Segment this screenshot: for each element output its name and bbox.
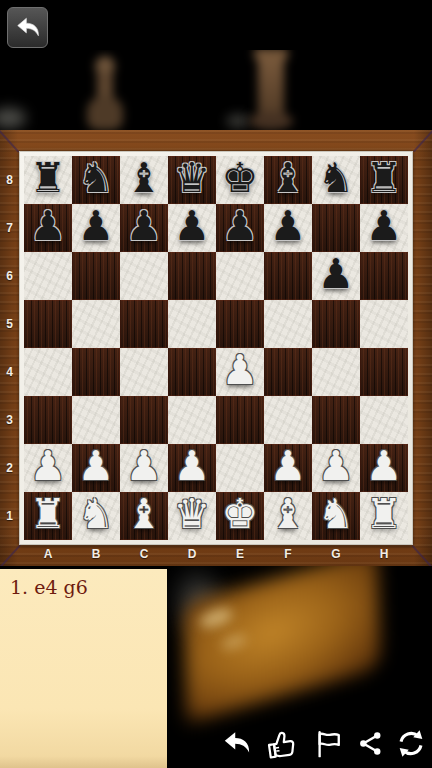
piece-white-pawn[interactable]: ♟ <box>30 446 67 487</box>
thumbs-up-button[interactable] <box>265 728 301 759</box>
square-c8[interactable]: ♝ <box>120 156 168 204</box>
undo-button[interactable] <box>222 729 253 758</box>
blurred-chess-pieces-photo <box>0 50 432 130</box>
piece-white-rook[interactable]: ♜ <box>30 494 67 535</box>
piece-black-pawn[interactable]: ♟ <box>126 206 163 247</box>
square-a1[interactable]: ♜ <box>24 492 72 540</box>
piece-white-pawn[interactable]: ♟ <box>318 446 355 487</box>
back-button[interactable] <box>7 7 48 48</box>
square-e6[interactable] <box>216 252 264 300</box>
square-b8[interactable]: ♞ <box>72 156 120 204</box>
piece-black-rook[interactable]: ♜ <box>366 158 403 199</box>
square-a3[interactable] <box>24 396 72 444</box>
square-e3[interactable] <box>216 396 264 444</box>
square-h2[interactable]: ♟ <box>360 444 408 492</box>
square-f1[interactable]: ♝ <box>264 492 312 540</box>
blurred-rook <box>248 50 294 130</box>
square-a5[interactable] <box>24 300 72 348</box>
square-c5[interactable] <box>120 300 168 348</box>
square-b2[interactable]: ♟ <box>72 444 120 492</box>
square-a6[interactable] <box>24 252 72 300</box>
square-b6[interactable] <box>72 252 120 300</box>
piece-white-rook[interactable]: ♜ <box>366 494 403 535</box>
piece-black-pawn[interactable]: ♟ <box>78 206 115 247</box>
square-e1[interactable]: ♚ <box>216 492 264 540</box>
share-icon <box>357 729 384 758</box>
file-label-a: A <box>24 544 72 565</box>
frame-miter-seam <box>412 545 432 567</box>
rank-label-1: 1 <box>0 492 19 540</box>
piece-black-rook[interactable]: ♜ <box>30 158 67 199</box>
square-g2[interactable]: ♟ <box>312 444 360 492</box>
top-bar <box>0 0 432 130</box>
piece-black-bishop[interactable]: ♝ <box>126 158 163 199</box>
square-c1[interactable]: ♝ <box>120 492 168 540</box>
square-h6[interactable] <box>360 252 408 300</box>
file-label-b: B <box>72 544 120 565</box>
share-button[interactable] <box>357 729 384 758</box>
square-g6[interactable]: ♟ <box>312 252 360 300</box>
square-h5[interactable] <box>360 300 408 348</box>
square-c3[interactable] <box>120 396 168 444</box>
square-c2[interactable]: ♟ <box>120 444 168 492</box>
piece-black-pawn[interactable]: ♟ <box>222 206 259 247</box>
board-border: ♜♞♝♛♚♝♞♜♟♟♟♟♟♟♟♟♟♟♟♟♟♟♟♟♜♞♝♛♚♝♞♜ <box>19 151 413 545</box>
frame-miter-seam <box>0 545 21 567</box>
file-label-g: G <box>312 544 360 565</box>
square-g7[interactable] <box>312 204 360 252</box>
square-h8[interactable]: ♜ <box>360 156 408 204</box>
rank-label-4: 4 <box>0 348 19 396</box>
square-e7[interactable]: ♟ <box>216 204 264 252</box>
piece-black-bishop[interactable]: ♝ <box>270 158 307 199</box>
square-e8[interactable]: ♚ <box>216 156 264 204</box>
square-d6[interactable] <box>168 252 216 300</box>
square-d1[interactable]: ♛ <box>168 492 216 540</box>
undo-icon <box>222 729 253 758</box>
square-f7[interactable]: ♟ <box>264 204 312 252</box>
chess-board: ♜♞♝♛♚♝♞♜♟♟♟♟♟♟♟♟♟♟♟♟♟♟♟♟♜♞♝♛♚♝♞♜ <box>24 156 408 540</box>
piece-white-knight[interactable]: ♞ <box>318 494 355 535</box>
square-f8[interactable]: ♝ <box>264 156 312 204</box>
move-list-text: 1. e4 g6 <box>10 576 88 598</box>
square-h4[interactable] <box>360 348 408 396</box>
file-label-c: C <box>120 544 168 565</box>
piece-white-pawn[interactable]: ♟ <box>78 446 115 487</box>
square-f6[interactable] <box>264 252 312 300</box>
piece-black-pawn[interactable]: ♟ <box>30 206 67 247</box>
piece-black-king[interactable]: ♚ <box>222 158 259 199</box>
square-a7[interactable]: ♟ <box>24 204 72 252</box>
piece-black-knight[interactable]: ♞ <box>78 158 115 199</box>
square-b1[interactable]: ♞ <box>72 492 120 540</box>
square-d7[interactable]: ♟ <box>168 204 216 252</box>
square-c4[interactable] <box>120 348 168 396</box>
chess-board-frame: 8 7 6 5 4 3 2 1 ♜♞♝♛♚♝♞♜♟♟♟♟♟♟♟♟♟♟♟♟♟♟♟♟… <box>0 130 432 566</box>
piece-black-pawn[interactable]: ♟ <box>318 254 355 295</box>
square-c6[interactable] <box>120 252 168 300</box>
square-g3[interactable] <box>312 396 360 444</box>
square-f3[interactable] <box>264 396 312 444</box>
piece-black-pawn[interactable]: ♟ <box>366 206 403 247</box>
piece-white-bishop[interactable]: ♝ <box>126 494 163 535</box>
rank-label-8: 8 <box>0 156 19 204</box>
square-d8[interactable]: ♛ <box>168 156 216 204</box>
piece-white-pawn[interactable]: ♟ <box>126 446 163 487</box>
square-e4[interactable]: ♟ <box>216 348 264 396</box>
square-a2[interactable]: ♟ <box>24 444 72 492</box>
square-c7[interactable]: ♟ <box>120 204 168 252</box>
square-f5[interactable] <box>264 300 312 348</box>
move-list-panel[interactable]: 1. e4 g6 <box>0 569 167 768</box>
piece-white-pawn[interactable]: ♟ <box>270 446 307 487</box>
piece-black-queen[interactable]: ♛ <box>174 158 211 199</box>
square-b4[interactable] <box>72 348 120 396</box>
bottom-panel: 1. e4 g6 <box>0 566 432 768</box>
file-label-h: H <box>360 544 408 565</box>
piece-white-pawn[interactable]: ♟ <box>174 446 211 487</box>
square-b7[interactable]: ♟ <box>72 204 120 252</box>
rank-label-6: 6 <box>0 252 19 300</box>
rank-label-3: 3 <box>0 396 19 444</box>
square-f2[interactable]: ♟ <box>264 444 312 492</box>
rank-label-5: 5 <box>0 300 19 348</box>
rank-label-7: 7 <box>0 204 19 252</box>
blur-blob <box>0 108 26 128</box>
square-g8[interactable]: ♞ <box>312 156 360 204</box>
square-d4[interactable] <box>168 348 216 396</box>
rank-label-2: 2 <box>0 444 19 492</box>
toolbar <box>222 728 426 759</box>
square-g5[interactable] <box>312 300 360 348</box>
piece-white-pawn[interactable]: ♟ <box>366 446 403 487</box>
square-e5[interactable] <box>216 300 264 348</box>
square-a8[interactable]: ♜ <box>24 156 72 204</box>
square-g1[interactable]: ♞ <box>312 492 360 540</box>
file-label-f: F <box>264 544 312 565</box>
chess-app-screen: 8 7 6 5 4 3 2 1 ♜♞♝♛♚♝♞♜♟♟♟♟♟♟♟♟♟♟♟♟♟♟♟♟… <box>0 0 432 768</box>
square-h1[interactable]: ♜ <box>360 492 408 540</box>
square-b3[interactable] <box>72 396 120 444</box>
piece-white-knight[interactable]: ♞ <box>78 494 115 535</box>
flip-board-icon <box>396 729 426 758</box>
square-b5[interactable] <box>72 300 120 348</box>
piece-white-queen[interactable]: ♛ <box>174 494 211 535</box>
frame-miter-seam <box>0 130 19 152</box>
flag-icon <box>313 729 345 759</box>
square-g4[interactable] <box>312 348 360 396</box>
thumbs-up-icon <box>263 726 303 762</box>
blur-blob <box>226 114 250 128</box>
flip-board-button[interactable] <box>396 729 426 758</box>
file-label-e: E <box>216 544 264 565</box>
back-arrow-icon <box>15 16 41 40</box>
piece-white-bishop[interactable]: ♝ <box>270 494 307 535</box>
frame-miter-seam <box>413 130 432 152</box>
square-d5[interactable] <box>168 300 216 348</box>
square-a4[interactable] <box>24 348 72 396</box>
square-f4[interactable] <box>264 348 312 396</box>
piece-black-pawn[interactable]: ♟ <box>270 206 307 247</box>
piece-white-pawn[interactable]: ♟ <box>222 350 259 391</box>
file-label-d: D <box>168 544 216 565</box>
square-d2[interactable]: ♟ <box>168 444 216 492</box>
piece-black-pawn[interactable]: ♟ <box>174 206 211 247</box>
square-h7[interactable]: ♟ <box>360 204 408 252</box>
square-e2[interactable] <box>216 444 264 492</box>
piece-white-king[interactable]: ♚ <box>222 494 259 535</box>
flag-button[interactable] <box>313 729 345 759</box>
blurred-pawn <box>84 56 126 130</box>
square-d3[interactable] <box>168 396 216 444</box>
square-h3[interactable] <box>360 396 408 444</box>
piece-black-knight[interactable]: ♞ <box>318 158 355 199</box>
